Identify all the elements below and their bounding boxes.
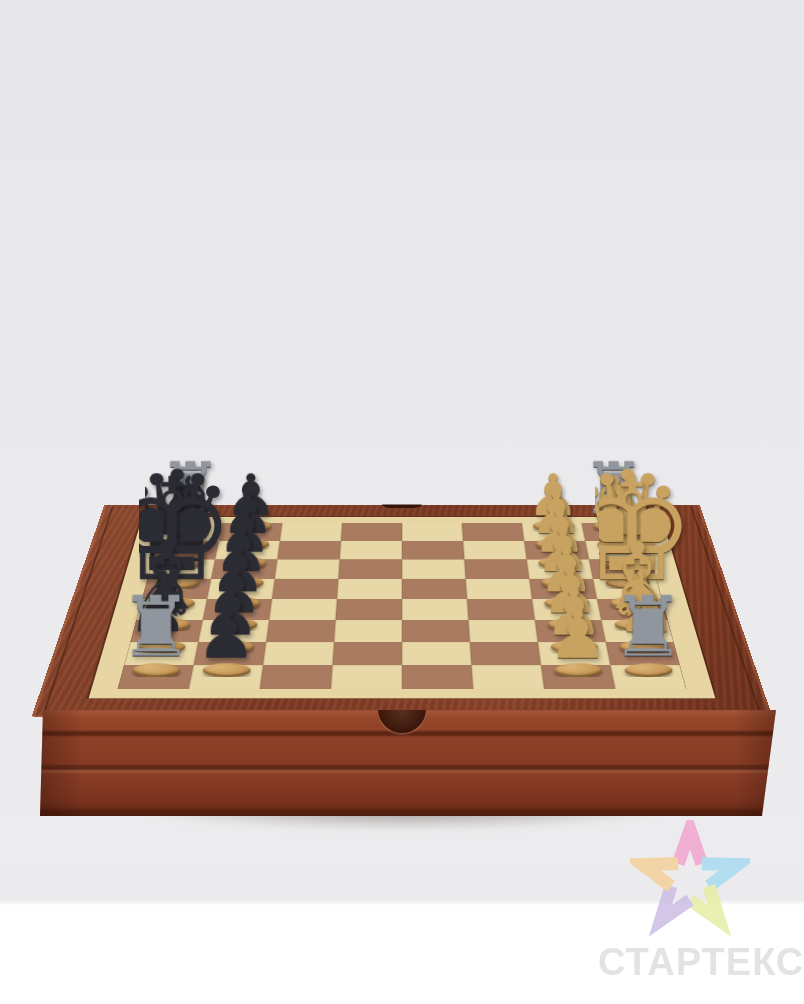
- board-square: [194, 642, 267, 665]
- board-square: [538, 642, 611, 665]
- board-square: [535, 620, 606, 642]
- watermark-text: СТАРТЕКС: [598, 941, 804, 984]
- board-square: [402, 541, 464, 560]
- board-square: [610, 665, 686, 689]
- board-square: [402, 642, 471, 665]
- board-square: [402, 579, 467, 599]
- board-square: [589, 559, 657, 578]
- chess-box-front: [38, 708, 780, 818]
- board-square: [334, 620, 402, 642]
- board-square: [462, 523, 524, 541]
- thumb-notch-front: [378, 708, 426, 733]
- board-square: [522, 523, 585, 541]
- board-square: [582, 523, 647, 541]
- board-square: [468, 620, 537, 642]
- thumb-notch-back: [382, 505, 422, 508]
- board-square: [532, 599, 601, 620]
- board-square: [402, 620, 470, 642]
- board-square: [402, 523, 463, 541]
- board-square: [336, 599, 402, 620]
- board-square: [136, 599, 207, 620]
- board-square: [260, 665, 333, 689]
- board-square: [215, 541, 280, 560]
- board-square: [466, 579, 532, 599]
- board-square: [130, 620, 202, 642]
- board-square: [277, 541, 341, 560]
- board-square: [463, 541, 527, 560]
- board-square: [470, 642, 541, 665]
- board-square: [601, 620, 673, 642]
- board-square: [280, 523, 342, 541]
- board-square: [606, 642, 680, 665]
- board-square: [263, 642, 334, 665]
- board-square: [464, 559, 529, 578]
- board-square: [585, 541, 651, 560]
- board-square: [331, 665, 402, 689]
- product-photo: ♜♞♝♛♚♝♞♜♟♟♟♟♟♟♟♟♟♟♟♟♟♟♟♟♜♞♝♛♚♝♞♜ СТАРТЕК…: [0, 0, 804, 1004]
- board-square: [211, 559, 277, 578]
- board-square: [153, 541, 219, 560]
- board-square: [524, 541, 589, 560]
- board-square: [529, 579, 597, 599]
- board-square: [338, 559, 402, 578]
- board-square: [340, 541, 402, 560]
- board-square: [402, 665, 473, 689]
- board-square: [269, 599, 337, 620]
- board-square: [272, 579, 338, 599]
- board-square: [593, 579, 662, 599]
- board-square: [402, 599, 468, 620]
- board-square: [337, 579, 402, 599]
- board-square: [341, 523, 402, 541]
- board-square: [118, 665, 194, 689]
- board-square: [124, 642, 198, 665]
- board-square: [541, 665, 615, 689]
- board-square: [142, 579, 211, 599]
- board-square: [333, 642, 402, 665]
- board-square: [467, 599, 535, 620]
- board-square: [147, 559, 215, 578]
- board-square: [275, 559, 340, 578]
- board-square: [189, 665, 263, 689]
- board-perspective-wrap: ♜♞♝♛♚♝♞♜♟♟♟♟♟♟♟♟♟♟♟♟♟♟♟♟♜♞♝♛♚♝♞♜: [72, 269, 732, 929]
- board-square: [207, 579, 275, 599]
- board-square: [527, 559, 593, 578]
- board-square: [471, 665, 544, 689]
- board-square: [198, 620, 269, 642]
- chess-board: ♜♞♝♛♚♝♞♜♟♟♟♟♟♟♟♟♟♟♟♟♟♟♟♟♜♞♝♛♚♝♞♜: [32, 505, 773, 717]
- board-square: [219, 523, 282, 541]
- board-square: [203, 599, 272, 620]
- board-square: [597, 599, 668, 620]
- board-square: [158, 523, 223, 541]
- board-square: [402, 559, 466, 578]
- board-square: [266, 620, 335, 642]
